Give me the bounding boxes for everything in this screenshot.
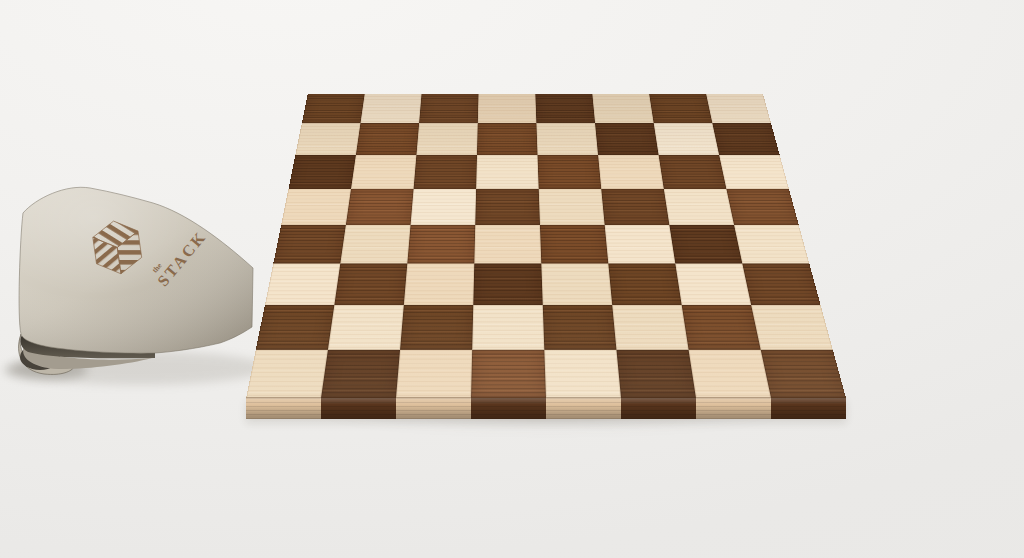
board-front-edge — [246, 397, 846, 419]
square-d2 — [472, 305, 544, 350]
square-e1 — [544, 350, 621, 398]
front-edge-d1 — [471, 398, 546, 419]
square-h7 — [712, 123, 779, 155]
square-b4 — [340, 225, 410, 264]
square-f3 — [608, 264, 681, 306]
square-g7 — [654, 123, 719, 155]
square-h6 — [719, 155, 789, 189]
square-e6 — [538, 155, 602, 189]
square-b5 — [346, 189, 414, 225]
square-e3 — [541, 264, 612, 306]
square-c1 — [396, 350, 472, 398]
square-h4 — [734, 225, 809, 264]
square-b8 — [360, 94, 421, 124]
square-c8 — [419, 94, 478, 124]
square-a7 — [295, 123, 360, 155]
square-a1 — [246, 350, 328, 398]
square-c4 — [407, 225, 475, 264]
square-c5 — [411, 189, 477, 225]
square-e5 — [539, 189, 605, 225]
square-a2 — [256, 305, 335, 350]
square-c2 — [400, 305, 473, 350]
square-f2 — [612, 305, 688, 350]
square-f4 — [605, 225, 676, 264]
square-g3 — [675, 264, 751, 306]
square-d6 — [476, 155, 539, 189]
front-edge-e1 — [546, 398, 621, 419]
square-f8 — [592, 94, 653, 124]
square-a5 — [281, 189, 351, 225]
square-c3 — [404, 264, 474, 306]
square-g1 — [689, 350, 771, 398]
board-grid — [246, 94, 846, 398]
square-h3 — [742, 264, 820, 306]
square-f1 — [616, 350, 696, 398]
chessboard — [246, 94, 846, 398]
studio-backdrop: the STACK — [0, 0, 1024, 558]
mat-body-shading — [19, 187, 253, 353]
square-h2 — [751, 305, 833, 350]
square-b1 — [321, 350, 400, 398]
front-edge-c1 — [396, 398, 471, 419]
front-edge-h1 — [771, 398, 846, 419]
square-a4 — [273, 225, 346, 264]
square-c6 — [414, 155, 477, 189]
square-c7 — [416, 123, 477, 155]
square-g8 — [649, 94, 712, 124]
square-b7 — [356, 123, 419, 155]
square-f7 — [595, 123, 659, 155]
square-d7 — [477, 123, 538, 155]
square-f6 — [598, 155, 664, 189]
square-g2 — [682, 305, 761, 350]
mat-roll: the STACK — [0, 168, 285, 403]
square-b6 — [351, 155, 416, 189]
square-b3 — [334, 264, 407, 306]
square-d8 — [478, 94, 537, 124]
square-d4 — [474, 225, 541, 264]
square-d1 — [471, 350, 546, 398]
front-edge-f1 — [621, 398, 696, 419]
square-f5 — [601, 189, 669, 225]
square-d5 — [475, 189, 540, 225]
square-e4 — [540, 225, 608, 264]
square-g5 — [664, 189, 734, 225]
square-h1 — [761, 350, 846, 398]
front-edge-a1 — [246, 398, 321, 419]
square-h8 — [706, 94, 771, 124]
square-e7 — [536, 123, 598, 155]
square-h5 — [726, 189, 798, 225]
front-edge-b1 — [321, 398, 396, 419]
square-a3 — [265, 264, 340, 306]
square-b2 — [328, 305, 404, 350]
square-a6 — [288, 155, 355, 189]
square-g6 — [659, 155, 727, 189]
square-d3 — [473, 264, 542, 306]
square-g4 — [669, 225, 742, 264]
square-e8 — [535, 94, 595, 124]
square-a8 — [302, 94, 365, 124]
front-edge-g1 — [696, 398, 771, 419]
square-e2 — [543, 305, 617, 350]
